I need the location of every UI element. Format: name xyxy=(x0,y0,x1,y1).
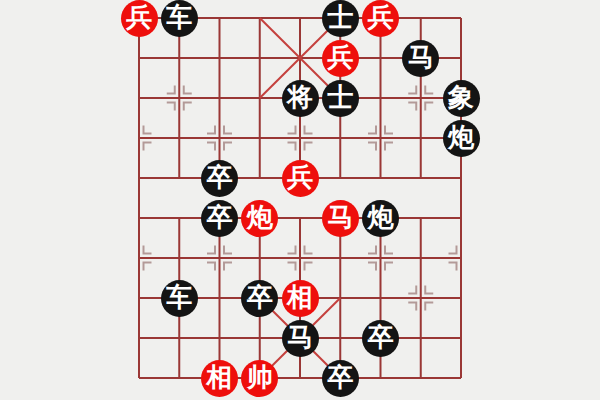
black-chariot-piece[interactable]: 车 xyxy=(161,0,198,37)
piece-character: 炮 xyxy=(247,204,273,230)
piece-character: 兵 xyxy=(126,4,152,30)
black-elephant-piece[interactable]: 象 xyxy=(443,80,480,117)
piece-character: 兵 xyxy=(327,44,353,70)
piece-character: 兵 xyxy=(287,164,313,190)
piece-character: 士 xyxy=(327,84,353,110)
piece-character: 相 xyxy=(207,364,233,390)
piece-character: 卒 xyxy=(327,364,353,390)
red-elephant-piece[interactable]: 相 xyxy=(282,280,319,317)
piece-character: 帅 xyxy=(247,364,273,390)
red-soldier-piece[interactable]: 兵 xyxy=(121,0,158,37)
piece-character: 炮 xyxy=(368,204,394,230)
black-cannon-piece[interactable]: 炮 xyxy=(443,120,480,157)
black-chariot-piece[interactable]: 车 xyxy=(161,280,198,317)
black-soldier-piece[interactable]: 卒 xyxy=(322,360,359,397)
red-soldier-piece[interactable]: 兵 xyxy=(282,160,319,197)
xiangqi-board: 兵车士兵兵马将士象炮卒兵卒炮马炮车卒相马卒相帅卒 xyxy=(0,0,600,400)
piece-character: 卒 xyxy=(247,284,273,310)
piece-character: 将 xyxy=(287,84,313,110)
black-horse-piece[interactable]: 马 xyxy=(282,320,319,357)
piece-character: 卒 xyxy=(207,164,233,190)
black-soldier-piece[interactable]: 卒 xyxy=(362,320,399,357)
piece-character: 车 xyxy=(166,284,192,310)
piece-character: 马 xyxy=(327,204,353,230)
piece-character: 兵 xyxy=(368,4,394,30)
piece-character: 相 xyxy=(287,284,313,310)
red-horse-piece[interactable]: 马 xyxy=(322,200,359,237)
red-elephant-piece[interactable]: 相 xyxy=(201,360,238,397)
black-cannon-piece[interactable]: 炮 xyxy=(362,200,399,237)
piece-character: 卒 xyxy=(368,324,394,350)
piece-character: 马 xyxy=(408,44,434,70)
black-general-piece[interactable]: 将 xyxy=(282,80,319,117)
black-horse-piece[interactable]: 马 xyxy=(402,40,439,77)
black-soldier-piece[interactable]: 卒 xyxy=(241,280,278,317)
piece-character: 车 xyxy=(166,4,192,30)
red-soldier-piece[interactable]: 兵 xyxy=(322,40,359,77)
pieces-layer: 兵车士兵兵马将士象炮卒兵卒炮马炮车卒相马卒相帅卒 xyxy=(119,0,481,398)
black-soldier-piece[interactable]: 卒 xyxy=(201,160,238,197)
piece-character: 士 xyxy=(327,4,353,30)
piece-character: 马 xyxy=(287,324,313,350)
piece-character: 卒 xyxy=(207,204,233,230)
black-advisor-piece[interactable]: 士 xyxy=(322,0,359,37)
black-soldier-piece[interactable]: 卒 xyxy=(201,200,238,237)
red-cannon-piece[interactable]: 炮 xyxy=(241,200,278,237)
red-soldier-piece[interactable]: 兵 xyxy=(362,0,399,37)
piece-character: 象 xyxy=(448,84,474,110)
piece-character: 炮 xyxy=(448,124,474,150)
red-general-piece[interactable]: 帅 xyxy=(241,360,278,397)
black-advisor-piece[interactable]: 士 xyxy=(322,80,359,117)
